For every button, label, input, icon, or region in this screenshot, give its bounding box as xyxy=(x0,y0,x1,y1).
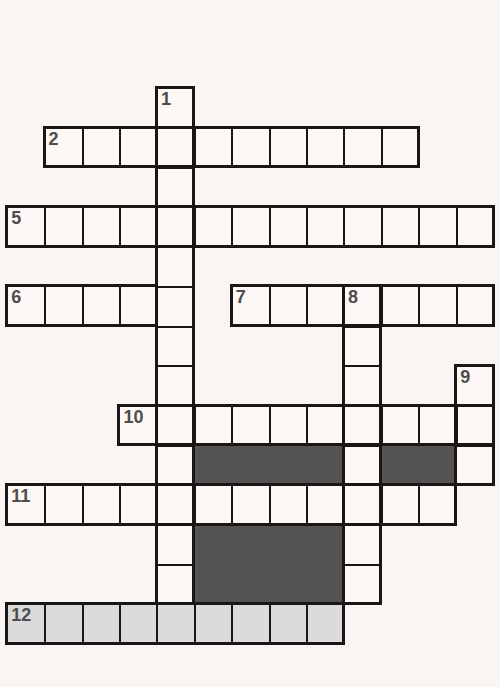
blocked-region xyxy=(194,524,344,603)
cell[interactable] xyxy=(456,208,492,245)
cell[interactable] xyxy=(46,129,82,166)
cell[interactable] xyxy=(82,605,119,642)
cell[interactable] xyxy=(381,407,418,444)
cell[interactable] xyxy=(418,208,455,245)
cell[interactable] xyxy=(8,208,44,245)
cell[interactable] xyxy=(457,445,491,483)
cell[interactable] xyxy=(231,208,268,245)
cell[interactable] xyxy=(306,605,342,642)
cell[interactable] xyxy=(158,564,192,602)
cell[interactable] xyxy=(418,287,455,324)
down-1-entry xyxy=(155,86,195,605)
across-12-entry xyxy=(5,602,345,645)
cell[interactable] xyxy=(418,486,454,523)
cell[interactable] xyxy=(158,246,192,286)
across-6-entry xyxy=(5,284,158,327)
blocked-region xyxy=(381,445,456,485)
cell[interactable] xyxy=(269,407,306,444)
cell[interactable] xyxy=(119,605,156,642)
cell[interactable] xyxy=(381,287,418,324)
cell[interactable] xyxy=(345,365,379,405)
cell[interactable] xyxy=(345,524,379,564)
cell[interactable] xyxy=(158,524,192,564)
cell[interactable] xyxy=(44,208,81,245)
cell[interactable] xyxy=(158,405,192,445)
cell[interactable] xyxy=(82,287,119,324)
cell[interactable] xyxy=(306,208,343,245)
cell[interactable] xyxy=(119,287,155,324)
cell[interactable] xyxy=(418,407,455,444)
cell[interactable] xyxy=(306,407,343,444)
down-8-entry xyxy=(342,284,382,605)
cell[interactable] xyxy=(44,287,81,324)
cell[interactable] xyxy=(343,208,380,245)
cell[interactable] xyxy=(158,286,192,326)
cell[interactable] xyxy=(457,367,491,405)
cell[interactable] xyxy=(119,208,156,245)
cell[interactable] xyxy=(194,208,231,245)
across-11-entry xyxy=(5,483,457,526)
cell[interactable] xyxy=(345,484,379,524)
cell[interactable] xyxy=(456,287,492,324)
cell[interactable] xyxy=(156,605,193,642)
cell[interactable] xyxy=(306,129,343,166)
cell[interactable] xyxy=(120,407,156,444)
cell[interactable] xyxy=(82,129,119,166)
cell[interactable] xyxy=(8,605,44,642)
blocked-region xyxy=(194,445,344,485)
cell[interactable] xyxy=(8,486,44,523)
cell[interactable] xyxy=(119,486,156,523)
across-5-entry xyxy=(5,205,494,248)
cell[interactable] xyxy=(194,129,231,166)
cell[interactable] xyxy=(231,605,268,642)
cell[interactable] xyxy=(158,167,192,207)
cell[interactable] xyxy=(345,326,379,366)
cell[interactable] xyxy=(158,326,192,366)
cell[interactable] xyxy=(306,287,343,324)
cell[interactable] xyxy=(44,605,81,642)
cell[interactable] xyxy=(233,287,269,324)
cell[interactable] xyxy=(345,564,379,602)
cell[interactable] xyxy=(269,287,306,324)
cell[interactable] xyxy=(194,486,231,523)
cell[interactable] xyxy=(194,407,231,444)
cell[interactable] xyxy=(8,287,44,324)
cell[interactable] xyxy=(82,208,119,245)
cell[interactable] xyxy=(158,89,192,127)
cell[interactable] xyxy=(231,129,268,166)
cell[interactable] xyxy=(231,486,268,523)
cell[interactable] xyxy=(269,605,306,642)
cell[interactable] xyxy=(231,407,268,444)
cell[interactable] xyxy=(381,486,418,523)
down-9-entry xyxy=(454,364,494,486)
cell[interactable] xyxy=(381,208,418,245)
across-2-entry xyxy=(43,126,420,169)
cell[interactable] xyxy=(82,486,119,523)
cell[interactable] xyxy=(119,129,156,166)
cell[interactable] xyxy=(269,208,306,245)
cell[interactable] xyxy=(381,129,417,166)
cell[interactable] xyxy=(158,127,192,167)
cell[interactable] xyxy=(194,605,231,642)
cell[interactable] xyxy=(269,129,306,166)
cell[interactable] xyxy=(457,405,491,445)
cell[interactable] xyxy=(345,445,379,485)
cell[interactable] xyxy=(269,486,306,523)
cell[interactable] xyxy=(158,365,192,405)
cell[interactable] xyxy=(345,405,379,445)
cell[interactable] xyxy=(345,287,379,325)
cell[interactable] xyxy=(158,206,192,246)
crossword-board: 2567101112189 xyxy=(0,0,500,687)
cell[interactable] xyxy=(306,486,343,523)
cell[interactable] xyxy=(343,129,380,166)
cell[interactable] xyxy=(158,484,192,524)
cell[interactable] xyxy=(44,486,81,523)
cell[interactable] xyxy=(158,445,192,485)
